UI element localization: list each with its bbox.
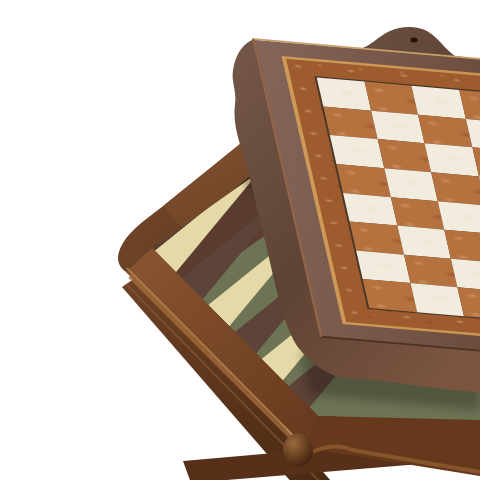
chess-board-grid xyxy=(317,77,480,341)
scene xyxy=(0,0,480,480)
chess-square xyxy=(410,283,464,316)
chess-square xyxy=(363,279,417,312)
leg-knob xyxy=(283,433,313,467)
peg-hole xyxy=(411,38,418,43)
chessboard-burl-border xyxy=(286,59,480,360)
chessboard-inner-line xyxy=(314,76,480,342)
